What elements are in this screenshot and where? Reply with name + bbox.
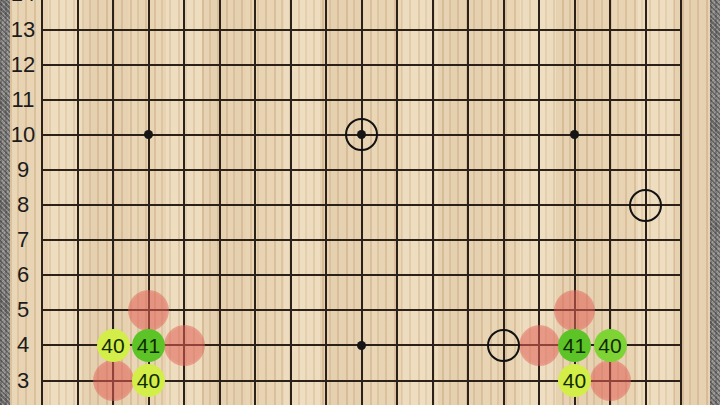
row-label: 13 — [8, 18, 38, 42]
score-stone[interactable]: 40 — [97, 329, 130, 362]
row-label: 8 — [8, 193, 38, 217]
score-stone[interactable]: 40 — [558, 364, 591, 397]
row-label: 11 — [8, 88, 38, 112]
grid-line-horizontal — [41, 169, 682, 171]
star-point — [357, 341, 366, 350]
grid-line-horizontal — [41, 204, 682, 206]
grid-line-horizontal — [41, 239, 682, 241]
heat-spot[interactable] — [93, 360, 134, 401]
heat-spot[interactable] — [164, 325, 205, 366]
heat-spot[interactable] — [590, 360, 631, 401]
grid-line-horizontal — [41, 64, 682, 66]
row-label: 5 — [8, 298, 38, 322]
star-point — [144, 130, 153, 139]
score-stone[interactable]: 41 — [558, 329, 591, 362]
score-stone[interactable]: 40 — [594, 329, 627, 362]
row-label: 4 — [8, 333, 38, 357]
heat-spot[interactable] — [128, 290, 169, 331]
row-label: 10 — [8, 123, 38, 147]
row-label: 9 — [8, 158, 38, 182]
grid-line-horizontal — [41, 29, 682, 31]
grid-line-horizontal — [41, 99, 682, 101]
heat-spot[interactable] — [554, 290, 595, 331]
go-board[interactable]: 14131211109876543404140414040 — [10, 0, 710, 405]
row-label: 14 — [8, 0, 38, 6]
go-app-screen: 14131211109876543404140414040 — [0, 0, 720, 405]
row-label: 6 — [8, 263, 38, 287]
row-label: 3 — [8, 369, 38, 393]
score-stone[interactable]: 41 — [132, 329, 165, 362]
row-label: 12 — [8, 53, 38, 77]
score-stone[interactable]: 40 — [132, 364, 165, 397]
circle-marker[interactable] — [345, 118, 378, 151]
heat-spot[interactable] — [519, 325, 560, 366]
star-point — [570, 130, 579, 139]
grid-line-horizontal — [41, 274, 682, 276]
circle-marker[interactable] — [487, 329, 520, 362]
circle-marker[interactable] — [629, 189, 662, 222]
row-label: 7 — [8, 228, 38, 252]
